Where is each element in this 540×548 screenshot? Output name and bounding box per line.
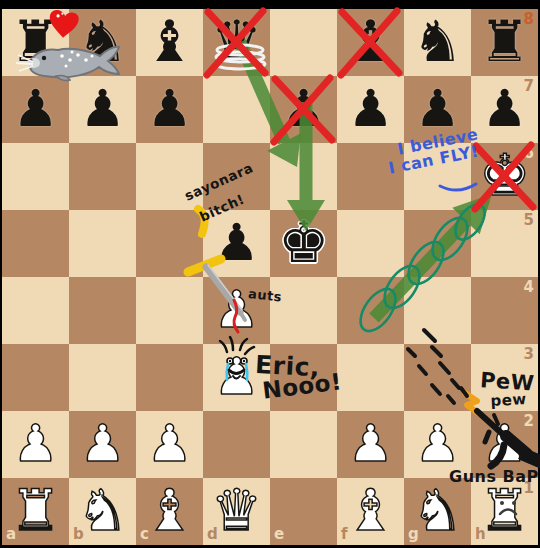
square-h6[interactable]: 6♚ [471, 143, 538, 210]
rank-label-4: 4 [524, 278, 534, 296]
square-g1[interactable]: g♞ [404, 478, 471, 545]
piece-black-pawn-g7[interactable]: ♟ [404, 76, 471, 143]
piece-white-knight-g1[interactable]: ♞ [404, 478, 471, 545]
square-f1[interactable]: f♝ [337, 478, 404, 545]
square-b2[interactable]: ♟ [69, 411, 136, 478]
square-d2[interactable] [203, 411, 270, 478]
square-c3[interactable] [136, 344, 203, 411]
square-g4[interactable] [404, 277, 471, 344]
piece-white-pawn-h2[interactable]: ♟ [471, 411, 538, 478]
chess-board: ♜♞♝♛♝♞8♜♟♟♟♟♟♟7♟6♚♟♚5♟4♟3♟♟♟♟♟2♟a♜b♞c♝d♛… [2, 9, 538, 545]
square-e8[interactable] [270, 9, 337, 76]
square-h3[interactable]: 3 [471, 344, 538, 411]
rank-label-5: 5 [524, 211, 534, 229]
piece-black-pawn-f7[interactable]: ♟ [337, 76, 404, 143]
square-h7[interactable]: 7♟ [471, 76, 538, 143]
square-e6[interactable] [270, 143, 337, 210]
square-b5[interactable] [69, 210, 136, 277]
piece-black-pawn-a7[interactable]: ♟ [2, 76, 69, 143]
piece-white-rook-a1[interactable]: ♜ [2, 478, 69, 545]
square-g8[interactable]: ♞ [404, 9, 471, 76]
square-b3[interactable] [69, 344, 136, 411]
square-e5[interactable]: ♚ [270, 210, 337, 277]
piece-white-bishop-c1[interactable]: ♝ [136, 478, 203, 545]
square-b4[interactable] [69, 277, 136, 344]
square-c6[interactable] [136, 143, 203, 210]
square-e4[interactable] [270, 277, 337, 344]
piece-black-pawn-d5[interactable]: ♟ [203, 210, 270, 277]
piece-black-pawn-e7[interactable]: ♟ [270, 76, 337, 143]
square-f2[interactable]: ♟ [337, 411, 404, 478]
piece-black-knight-b8[interactable]: ♞ [69, 9, 136, 76]
square-c4[interactable] [136, 277, 203, 344]
square-d6[interactable] [203, 143, 270, 210]
square-a3[interactable] [2, 344, 69, 411]
square-d1[interactable]: d♛ [203, 478, 270, 545]
piece-white-knight-b1[interactable]: ♞ [69, 478, 136, 545]
square-d3[interactable]: ♟ [203, 344, 270, 411]
piece-black-rook-h8[interactable]: ♜ [471, 9, 538, 76]
square-g3[interactable] [404, 344, 471, 411]
square-d5[interactable]: ♟ [203, 210, 270, 277]
square-a5[interactable] [2, 210, 69, 277]
square-d8[interactable]: ♛ [203, 9, 270, 76]
square-a6[interactable] [2, 143, 69, 210]
file-label-e: e [274, 525, 284, 543]
piece-white-pawn-b2[interactable]: ♟ [69, 411, 136, 478]
square-f7[interactable]: ♟ [337, 76, 404, 143]
square-e1[interactable]: e [270, 478, 337, 545]
square-c7[interactable]: ♟ [136, 76, 203, 143]
square-h1[interactable]: h1♜ [471, 478, 538, 545]
square-a8[interactable]: ♜ [2, 9, 69, 76]
piece-black-pawn-c7[interactable]: ♟ [136, 76, 203, 143]
piece-white-pawn-g2[interactable]: ♟ [404, 411, 471, 478]
square-b6[interactable] [69, 143, 136, 210]
square-c2[interactable]: ♟ [136, 411, 203, 478]
square-a4[interactable] [2, 277, 69, 344]
square-g5[interactable] [404, 210, 471, 277]
piece-white-pawn-d3[interactable]: ♟ [203, 344, 270, 411]
piece-white-bishop-f1[interactable]: ♝ [337, 478, 404, 545]
piece-black-bishop-f8[interactable]: ♝ [337, 9, 404, 76]
piece-black-knight-g8[interactable]: ♞ [404, 9, 471, 76]
square-e7[interactable]: ♟ [270, 76, 337, 143]
square-g7[interactable]: ♟ [404, 76, 471, 143]
square-f5[interactable] [337, 210, 404, 277]
piece-white-pawn-d4[interactable]: ♟ [203, 277, 270, 344]
square-h8[interactable]: 8♜ [471, 9, 538, 76]
square-g2[interactable]: ♟ [404, 411, 471, 478]
square-b8[interactable]: ♞ [69, 9, 136, 76]
piece-white-pawn-a2[interactable]: ♟ [2, 411, 69, 478]
piece-black-bishop-c8[interactable]: ♝ [136, 9, 203, 76]
square-b7[interactable]: ♟ [69, 76, 136, 143]
square-h4[interactable]: 4 [471, 277, 538, 344]
piece-black-pawn-h7[interactable]: ♟ [471, 76, 538, 143]
chess-screenshot: ♜♞♝♛♝♞8♜♟♟♟♟♟♟7♟6♚♟♚5♟4♟3♟♟♟♟♟2♟a♜b♞c♝d♛… [0, 0, 540, 548]
square-d7[interactable] [203, 76, 270, 143]
square-e2[interactable] [270, 411, 337, 478]
square-h2[interactable]: 2♟ [471, 411, 538, 478]
square-c1[interactable]: c♝ [136, 478, 203, 545]
piece-white-pawn-c2[interactable]: ♟ [136, 411, 203, 478]
rank-label-3: 3 [524, 345, 534, 363]
piece-white-rook-h1[interactable]: ♜ [471, 478, 538, 545]
square-a7[interactable]: ♟ [2, 76, 69, 143]
square-c8[interactable]: ♝ [136, 9, 203, 76]
square-g6[interactable] [404, 143, 471, 210]
piece-white-pawn-f2[interactable]: ♟ [337, 411, 404, 478]
square-f6[interactable] [337, 143, 404, 210]
piece-white-queen-d1[interactable]: ♛ [203, 478, 270, 545]
square-d4[interactable]: ♟ [203, 277, 270, 344]
square-h5[interactable]: 5 [471, 210, 538, 277]
square-c5[interactable] [136, 210, 203, 277]
square-a1[interactable]: a♜ [2, 478, 69, 545]
piece-black-king-e5[interactable]: ♚ [270, 210, 337, 277]
square-a2[interactable]: ♟ [2, 411, 69, 478]
square-f3[interactable] [337, 344, 404, 411]
piece-black-queen-d8[interactable]: ♛ [203, 9, 270, 76]
piece-black-rook-a8[interactable]: ♜ [2, 9, 69, 76]
square-e3[interactable] [270, 344, 337, 411]
piece-black-pawn-b7[interactable]: ♟ [69, 76, 136, 143]
piece-white-king-h6[interactable]: ♚ [471, 143, 538, 210]
square-f8[interactable]: ♝ [337, 9, 404, 76]
square-f4[interactable] [337, 277, 404, 344]
square-b1[interactable]: b♞ [69, 478, 136, 545]
